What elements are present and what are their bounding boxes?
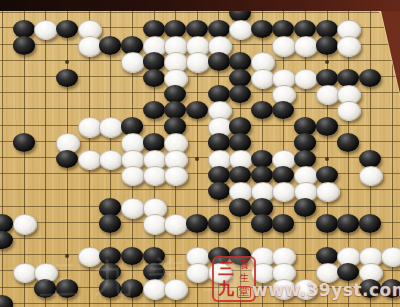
black-stone[interactable]: [294, 198, 316, 217]
white-stone[interactable]: [272, 36, 296, 57]
black-stone[interactable]: [251, 214, 273, 233]
black-stone[interactable]: [13, 133, 35, 152]
seal-small-characters: 養 生 堂: [236, 259, 252, 299]
black-stone[interactable]: [34, 279, 56, 298]
black-stone[interactable]: [121, 279, 143, 298]
hoshi-point: [325, 157, 329, 161]
black-stone[interactable]: [316, 36, 338, 55]
white-stone[interactable]: [78, 117, 102, 138]
seal-char: 養: [236, 260, 252, 270]
white-stone[interactable]: [381, 247, 400, 268]
black-stone[interactable]: [99, 214, 121, 233]
hoshi-point: [195, 157, 199, 161]
black-stone[interactable]: [359, 214, 381, 233]
seal-char: 生: [236, 273, 252, 283]
white-stone[interactable]: [359, 166, 383, 187]
black-stone[interactable]: [359, 69, 381, 88]
hoshi-point: [65, 60, 69, 64]
black-stone[interactable]: [208, 214, 230, 233]
white-stone[interactable]: [121, 166, 145, 187]
white-stone[interactable]: [337, 36, 361, 57]
black-stone[interactable]: [121, 247, 143, 266]
table-background-top: [0, 0, 400, 11]
black-stone[interactable]: [251, 20, 273, 39]
black-stone[interactable]: [229, 198, 251, 217]
white-stone[interactable]: [164, 279, 188, 300]
hoshi-point: [325, 60, 329, 64]
black-stone[interactable]: [99, 279, 121, 298]
black-stone[interactable]: [251, 101, 273, 120]
black-stone[interactable]: [208, 52, 230, 71]
black-stone[interactable]: [56, 279, 78, 298]
white-stone[interactable]: [78, 36, 102, 57]
white-stone[interactable]: [99, 150, 123, 171]
white-stone[interactable]: [164, 214, 188, 235]
watermark-seal: 三 九 養 生 堂: [212, 256, 256, 302]
seal-large-characters: 三 九: [216, 259, 236, 299]
white-stone[interactable]: [78, 150, 102, 171]
white-stone[interactable]: [143, 214, 167, 235]
white-stone[interactable]: [143, 166, 167, 187]
white-stone[interactable]: [186, 52, 210, 73]
seal-char: 堂: [237, 286, 251, 298]
go-board-photo: 三九养生堂 三 九 養 生 堂 www.39yst.com: [0, 0, 400, 307]
black-stone[interactable]: [316, 117, 338, 136]
white-stone[interactable]: [316, 85, 340, 106]
white-stone[interactable]: [294, 36, 318, 57]
seal-char: 九: [216, 281, 236, 297]
white-stone[interactable]: [143, 279, 167, 300]
black-stone[interactable]: [143, 69, 165, 88]
black-stone[interactable]: [316, 214, 338, 233]
white-stone[interactable]: [251, 69, 275, 90]
white-stone[interactable]: [316, 182, 340, 203]
black-stone[interactable]: [143, 101, 165, 120]
black-stone[interactable]: [56, 150, 78, 169]
hoshi-point: [65, 254, 69, 258]
white-stone[interactable]: [294, 69, 318, 90]
seal-char: 三: [216, 261, 236, 277]
white-stone[interactable]: [78, 247, 102, 268]
watermark-url: www.39yst.com: [252, 280, 400, 300]
black-stone[interactable]: [186, 214, 208, 233]
black-stone[interactable]: [13, 36, 35, 55]
white-stone[interactable]: [121, 52, 145, 73]
black-stone[interactable]: [99, 36, 121, 55]
black-stone[interactable]: [56, 69, 78, 88]
white-stone[interactable]: [121, 198, 145, 219]
white-stone[interactable]: [13, 214, 37, 235]
black-stone[interactable]: [208, 182, 230, 201]
white-stone[interactable]: [99, 117, 123, 138]
white-stone[interactable]: [13, 263, 37, 284]
